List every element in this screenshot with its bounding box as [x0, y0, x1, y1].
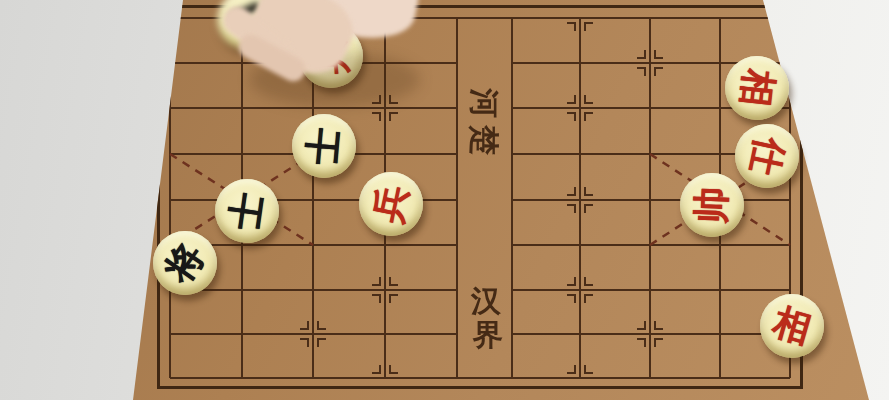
red-elephant-a[interactable]: 相 [725, 56, 789, 120]
river-char-han: 汉 [468, 283, 504, 319]
red-soldier-b[interactable]: 兵 [359, 172, 423, 236]
blur-streak [231, 1, 262, 22]
red-general[interactable]: 帅 [680, 173, 744, 237]
river-char-chu: 楚 [466, 122, 502, 158]
piece-glyph: 相 [722, 53, 792, 123]
piece-glyph: 兵 [353, 166, 429, 242]
river-char-jie: 界 [470, 317, 506, 353]
blur-streak [238, 20, 263, 34]
black-advisor-b[interactable]: 士 [215, 179, 279, 243]
black-general[interactable]: 将 [153, 231, 217, 295]
river-char-he: 河 [466, 85, 502, 121]
red-elephant-b[interactable]: 相 [760, 294, 824, 358]
photo-scene: 河 楚 汉 界 兵士士将兵相仕帅相 [0, 0, 889, 400]
piece-glyph: 兵 [296, 21, 365, 90]
black-advisor-a[interactable]: 士 [292, 114, 356, 178]
piece-glyph: 帅 [679, 172, 745, 238]
red-soldier-a[interactable]: 兵 [299, 24, 363, 88]
piece-glyph: 士 [289, 111, 358, 180]
piece-glyph: 士 [211, 175, 283, 247]
